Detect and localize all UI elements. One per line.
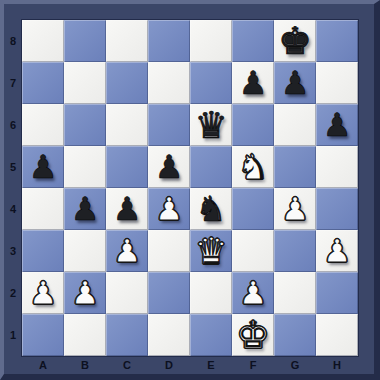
piece-black-pawn[interactable]: ♟ xyxy=(29,151,58,183)
square-b4[interactable]: ♟ xyxy=(64,188,106,230)
square-d3[interactable] xyxy=(148,230,190,272)
file-label-c: C xyxy=(106,356,148,374)
rank-label-5: 5 xyxy=(4,146,22,188)
piece-white-queen[interactable]: ♛ xyxy=(194,233,227,270)
rank-label-8: 8 xyxy=(4,20,22,62)
chess-diagram: 87654321 ♚♟♟♛♟♟♟♞♟♟♟♞♟♟♛♟♟♟♟♚ ABCDEFGH xyxy=(0,0,380,380)
square-h6[interactable]: ♟ xyxy=(316,104,358,146)
square-a2[interactable]: ♟ xyxy=(22,272,64,314)
square-g7[interactable]: ♟ xyxy=(274,62,316,104)
square-h8[interactable] xyxy=(316,20,358,62)
square-d2[interactable] xyxy=(148,272,190,314)
square-d4[interactable]: ♟ xyxy=(148,188,190,230)
piece-black-pawn[interactable]: ♟ xyxy=(71,193,100,225)
square-g1[interactable] xyxy=(274,314,316,356)
square-h5[interactable] xyxy=(316,146,358,188)
chess-board: ♚♟♟♛♟♟♟♞♟♟♟♞♟♟♛♟♟♟♟♚ xyxy=(22,20,358,356)
file-labels: ABCDEFGH xyxy=(22,356,358,374)
square-f6[interactable] xyxy=(232,104,274,146)
square-c6[interactable] xyxy=(106,104,148,146)
square-f4[interactable] xyxy=(232,188,274,230)
square-e2[interactable] xyxy=(190,272,232,314)
piece-black-king[interactable]: ♚ xyxy=(278,22,312,60)
rank-label-7: 7 xyxy=(4,62,22,104)
square-a1[interactable] xyxy=(22,314,64,356)
square-d1[interactable] xyxy=(148,314,190,356)
square-e5[interactable] xyxy=(190,146,232,188)
piece-black-pawn[interactable]: ♟ xyxy=(113,193,142,225)
square-h4[interactable] xyxy=(316,188,358,230)
square-g4[interactable]: ♟ xyxy=(274,188,316,230)
square-g5[interactable] xyxy=(274,146,316,188)
square-c7[interactable] xyxy=(106,62,148,104)
square-c3[interactable]: ♟ xyxy=(106,230,148,272)
square-f5[interactable]: ♞ xyxy=(232,146,274,188)
piece-black-pawn[interactable]: ♟ xyxy=(239,67,268,99)
file-label-e: E xyxy=(190,356,232,374)
square-e8[interactable] xyxy=(190,20,232,62)
square-c8[interactable] xyxy=(106,20,148,62)
rank-label-1: 1 xyxy=(4,314,22,356)
piece-white-knight[interactable]: ♞ xyxy=(237,150,268,185)
square-h2[interactable] xyxy=(316,272,358,314)
piece-white-king[interactable]: ♚ xyxy=(236,316,270,354)
piece-white-pawn[interactable]: ♟ xyxy=(155,193,184,225)
file-label-b: B xyxy=(64,356,106,374)
rank-labels: 87654321 xyxy=(4,20,22,356)
square-e7[interactable] xyxy=(190,62,232,104)
file-label-g: G xyxy=(274,356,316,374)
square-d6[interactable] xyxy=(148,104,190,146)
piece-white-pawn[interactable]: ♟ xyxy=(29,277,58,309)
square-d7[interactable] xyxy=(148,62,190,104)
square-b3[interactable] xyxy=(64,230,106,272)
file-label-a: A xyxy=(22,356,64,374)
piece-black-knight[interactable]: ♞ xyxy=(195,192,226,227)
piece-black-pawn[interactable]: ♟ xyxy=(323,109,352,141)
square-a4[interactable] xyxy=(22,188,64,230)
square-f1[interactable]: ♚ xyxy=(232,314,274,356)
piece-white-pawn[interactable]: ♟ xyxy=(71,277,100,309)
square-g3[interactable] xyxy=(274,230,316,272)
piece-black-queen[interactable]: ♛ xyxy=(194,107,227,144)
piece-black-pawn[interactable]: ♟ xyxy=(155,151,184,183)
square-b6[interactable] xyxy=(64,104,106,146)
square-h1[interactable] xyxy=(316,314,358,356)
piece-white-pawn[interactable]: ♟ xyxy=(239,277,268,309)
square-c5[interactable] xyxy=(106,146,148,188)
square-e6[interactable]: ♛ xyxy=(190,104,232,146)
rank-label-6: 6 xyxy=(4,104,22,146)
square-h3[interactable]: ♟ xyxy=(316,230,358,272)
file-label-d: D xyxy=(148,356,190,374)
square-f7[interactable]: ♟ xyxy=(232,62,274,104)
square-b1[interactable] xyxy=(64,314,106,356)
file-label-f: F xyxy=(232,356,274,374)
square-d8[interactable] xyxy=(148,20,190,62)
square-h7[interactable] xyxy=(316,62,358,104)
piece-white-pawn[interactable]: ♟ xyxy=(281,193,310,225)
square-f2[interactable]: ♟ xyxy=(232,272,274,314)
square-a7[interactable] xyxy=(22,62,64,104)
square-e1[interactable] xyxy=(190,314,232,356)
piece-white-pawn[interactable]: ♟ xyxy=(113,235,142,267)
rank-label-4: 4 xyxy=(4,188,22,230)
rank-label-2: 2 xyxy=(4,272,22,314)
square-f8[interactable] xyxy=(232,20,274,62)
square-a5[interactable]: ♟ xyxy=(22,146,64,188)
square-c1[interactable] xyxy=(106,314,148,356)
square-a8[interactable] xyxy=(22,20,64,62)
square-b5[interactable] xyxy=(64,146,106,188)
file-label-h: H xyxy=(316,356,358,374)
square-b7[interactable] xyxy=(64,62,106,104)
square-g8[interactable]: ♚ xyxy=(274,20,316,62)
square-c4[interactable]: ♟ xyxy=(106,188,148,230)
square-e4[interactable]: ♞ xyxy=(190,188,232,230)
square-e3[interactable]: ♛ xyxy=(190,230,232,272)
square-a3[interactable] xyxy=(22,230,64,272)
square-f3[interactable] xyxy=(232,230,274,272)
square-d5[interactable]: ♟ xyxy=(148,146,190,188)
square-g2[interactable] xyxy=(274,272,316,314)
rank-label-3: 3 xyxy=(4,230,22,272)
square-b8[interactable] xyxy=(64,20,106,62)
square-c2[interactable] xyxy=(106,272,148,314)
piece-white-pawn[interactable]: ♟ xyxy=(323,235,352,267)
piece-black-pawn[interactable]: ♟ xyxy=(281,67,310,99)
square-a6[interactable] xyxy=(22,104,64,146)
square-b2[interactable]: ♟ xyxy=(64,272,106,314)
square-g6[interactable] xyxy=(274,104,316,146)
